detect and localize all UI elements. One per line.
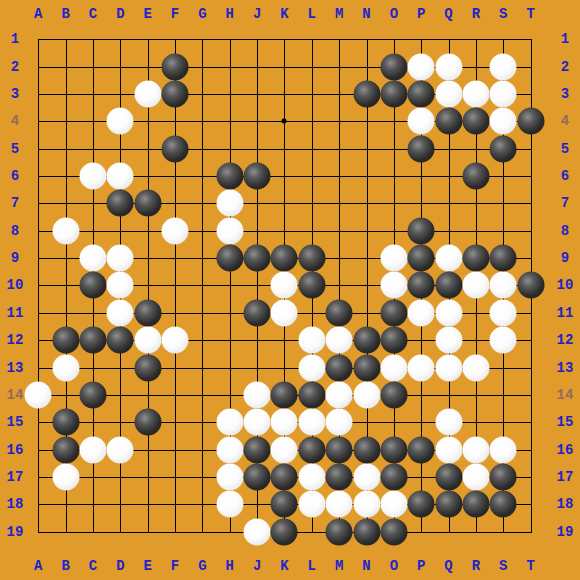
stone-black-P10[interactable] [408, 272, 435, 299]
row-label-left-8: 8 [11, 224, 19, 238]
col-label-top-B: B [61, 7, 69, 21]
row-label-left-14: 14 [7, 388, 24, 402]
row-label-left-5: 5 [11, 142, 19, 156]
star-point-K4 [282, 119, 287, 124]
stone-black-E15[interactable] [134, 409, 161, 436]
stone-black-E7[interactable] [134, 190, 161, 217]
stone-black-R6[interactable] [462, 163, 489, 190]
stone-white-D10[interactable] [107, 272, 134, 299]
stone-black-K17[interactable] [271, 463, 298, 490]
stone-white-H18[interactable] [216, 491, 243, 518]
stone-white-D4[interactable] [107, 108, 134, 135]
stone-white-S16[interactable] [490, 436, 517, 463]
stone-white-Q11[interactable] [435, 299, 462, 326]
row-label-left-12: 12 [7, 333, 24, 347]
stone-white-C9[interactable] [80, 245, 107, 272]
stone-black-K9[interactable] [271, 245, 298, 272]
stone-black-E13[interactable] [134, 354, 161, 381]
stone-white-H16[interactable] [216, 436, 243, 463]
stone-white-D9[interactable] [107, 245, 134, 272]
col-label-top-G: G [198, 7, 206, 21]
col-label-top-D: D [116, 7, 124, 21]
stone-black-F5[interactable] [162, 135, 189, 162]
stone-white-J19[interactable] [244, 518, 271, 545]
go-board[interactable]: AABBCCDDEEFFGGHHJJKKLLMMNNOOPPQQRRSSTT11… [0, 0, 580, 580]
stone-white-N17[interactable] [353, 463, 380, 490]
stone-black-L9[interactable] [298, 245, 325, 272]
col-label-top-T: T [526, 7, 534, 21]
stone-white-S10[interactable] [490, 272, 517, 299]
col-label-top-N: N [362, 7, 370, 21]
stone-white-C6[interactable] [80, 163, 107, 190]
stone-white-K11[interactable] [271, 299, 298, 326]
row-label-right-6: 6 [561, 169, 569, 183]
stone-white-Q12[interactable] [435, 327, 462, 354]
row-label-left-17: 17 [7, 470, 24, 484]
stone-white-A14[interactable] [25, 381, 52, 408]
stone-white-K16[interactable] [271, 436, 298, 463]
col-label-top-F: F [171, 7, 179, 21]
row-label-left-18: 18 [7, 497, 24, 511]
col-label-top-C: C [89, 7, 97, 21]
stone-black-D7[interactable] [107, 190, 134, 217]
stone-black-P3[interactable] [408, 81, 435, 108]
stone-black-E11[interactable] [134, 299, 161, 326]
stone-black-O16[interactable] [380, 436, 407, 463]
stone-black-L14[interactable] [298, 381, 325, 408]
stone-black-O3[interactable] [380, 81, 407, 108]
col-label-bottom-D: D [116, 559, 124, 573]
stone-black-O14[interactable] [380, 381, 407, 408]
stone-white-S3[interactable] [490, 81, 517, 108]
stone-white-C16[interactable] [80, 436, 107, 463]
row-label-right-1: 1 [561, 32, 569, 46]
stone-white-R16[interactable] [462, 436, 489, 463]
stone-white-D16[interactable] [107, 436, 134, 463]
stone-black-H9[interactable] [216, 245, 243, 272]
stone-black-S5[interactable] [490, 135, 517, 162]
stone-black-N16[interactable] [353, 436, 380, 463]
stone-white-M14[interactable] [326, 381, 353, 408]
col-label-top-O: O [390, 7, 398, 21]
stone-white-P4[interactable] [408, 108, 435, 135]
row-label-right-12: 12 [557, 333, 574, 347]
col-label-top-S: S [499, 7, 507, 21]
stone-white-O13[interactable] [380, 354, 407, 381]
row-label-right-4: 4 [561, 114, 569, 128]
row-label-right-8: 8 [561, 224, 569, 238]
row-label-right-16: 16 [557, 443, 574, 457]
stone-white-Q15[interactable] [435, 409, 462, 436]
stone-black-O11[interactable] [380, 299, 407, 326]
stone-black-P18[interactable] [408, 491, 435, 518]
stone-white-M12[interactable] [326, 327, 353, 354]
row-label-right-14: 14 [557, 388, 574, 402]
col-label-bottom-C: C [89, 559, 97, 573]
stone-black-R4[interactable] [462, 108, 489, 135]
row-label-left-10: 10 [7, 278, 24, 292]
col-label-top-E: E [143, 7, 151, 21]
stone-white-O18[interactable] [380, 491, 407, 518]
col-label-top-M: M [335, 7, 343, 21]
stone-black-L16[interactable] [298, 436, 325, 463]
stone-white-S2[interactable] [490, 53, 517, 80]
stone-black-R18[interactable] [462, 491, 489, 518]
col-label-bottom-T: T [526, 559, 534, 573]
row-label-right-5: 5 [561, 142, 569, 156]
col-label-top-R: R [472, 7, 480, 21]
col-label-bottom-P: P [417, 559, 425, 573]
row-label-left-1: 1 [11, 32, 19, 46]
stone-black-P16[interactable] [408, 436, 435, 463]
grid-line-vertical [38, 39, 39, 532]
col-label-bottom-B: B [61, 559, 69, 573]
stone-white-R13[interactable] [462, 354, 489, 381]
stone-black-Q17[interactable] [435, 463, 462, 490]
row-label-left-2: 2 [11, 60, 19, 74]
col-label-top-Q: Q [444, 7, 452, 21]
stone-black-K18[interactable] [271, 491, 298, 518]
stone-white-E3[interactable] [134, 81, 161, 108]
stone-white-P11[interactable] [408, 299, 435, 326]
col-label-bottom-R: R [472, 559, 480, 573]
stone-black-F2[interactable] [162, 53, 189, 80]
stone-white-H8[interactable] [216, 217, 243, 244]
stone-white-J14[interactable] [244, 381, 271, 408]
stone-black-M17[interactable] [326, 463, 353, 490]
stone-black-L10[interactable] [298, 272, 325, 299]
stone-white-L18[interactable] [298, 491, 325, 518]
stone-white-N18[interactable] [353, 491, 380, 518]
col-label-top-K: K [280, 7, 288, 21]
stone-black-N3[interactable] [353, 81, 380, 108]
stone-white-L13[interactable] [298, 354, 325, 381]
col-label-bottom-A: A [34, 559, 42, 573]
stone-white-Q3[interactable] [435, 81, 462, 108]
row-label-left-6: 6 [11, 169, 19, 183]
row-label-right-9: 9 [561, 251, 569, 265]
stone-white-R10[interactable] [462, 272, 489, 299]
stone-black-C14[interactable] [80, 381, 107, 408]
stone-white-Q2[interactable] [435, 53, 462, 80]
stone-black-R9[interactable] [462, 245, 489, 272]
col-label-bottom-N: N [362, 559, 370, 573]
col-label-bottom-Q: Q [444, 559, 452, 573]
stone-white-P2[interactable] [408, 53, 435, 80]
col-label-bottom-G: G [198, 559, 206, 573]
stone-white-R3[interactable] [462, 81, 489, 108]
stone-white-O10[interactable] [380, 272, 407, 299]
stone-black-N13[interactable] [353, 354, 380, 381]
stone-black-K19[interactable] [271, 518, 298, 545]
stone-black-J17[interactable] [244, 463, 271, 490]
stone-black-M13[interactable] [326, 354, 353, 381]
stone-white-F8[interactable] [162, 217, 189, 244]
stone-black-P8[interactable] [408, 217, 435, 244]
row-label-right-19: 19 [557, 525, 574, 539]
stone-black-Q18[interactable] [435, 491, 462, 518]
stone-black-M16[interactable] [326, 436, 353, 463]
col-label-top-H: H [226, 7, 234, 21]
stone-white-O9[interactable] [380, 245, 407, 272]
stone-black-H6[interactable] [216, 163, 243, 190]
stone-white-M18[interactable] [326, 491, 353, 518]
stone-white-B13[interactable] [52, 354, 79, 381]
col-label-bottom-J: J [253, 559, 261, 573]
stone-black-D12[interactable] [107, 327, 134, 354]
stone-white-K10[interactable] [271, 272, 298, 299]
stone-black-J6[interactable] [244, 163, 271, 190]
stone-black-O2[interactable] [380, 53, 407, 80]
stone-black-Q10[interactable] [435, 272, 462, 299]
grid-line-vertical [175, 39, 176, 532]
stone-black-T4[interactable] [517, 108, 544, 135]
stone-white-H15[interactable] [216, 409, 243, 436]
stone-white-B8[interactable] [52, 217, 79, 244]
row-label-left-4: 4 [11, 114, 19, 128]
row-label-right-17: 17 [557, 470, 574, 484]
col-label-bottom-K: K [280, 559, 288, 573]
stone-black-P5[interactable] [408, 135, 435, 162]
stone-white-S12[interactable] [490, 327, 517, 354]
row-label-left-11: 11 [7, 306, 24, 320]
stone-black-T10[interactable] [517, 272, 544, 299]
stone-white-B17[interactable] [52, 463, 79, 490]
stone-black-F3[interactable] [162, 81, 189, 108]
stone-black-C12[interactable] [80, 327, 107, 354]
stone-black-P9[interactable] [408, 245, 435, 272]
row-label-right-7: 7 [561, 196, 569, 210]
col-label-top-A: A [34, 7, 42, 21]
stone-white-Q13[interactable] [435, 354, 462, 381]
row-label-right-3: 3 [561, 87, 569, 101]
stone-black-B12[interactable] [52, 327, 79, 354]
stone-white-D11[interactable] [107, 299, 134, 326]
stone-black-M19[interactable] [326, 518, 353, 545]
col-label-bottom-E: E [143, 559, 151, 573]
row-label-left-9: 9 [11, 251, 19, 265]
col-label-top-P: P [417, 7, 425, 21]
stone-black-K14[interactable] [271, 381, 298, 408]
row-label-right-15: 15 [557, 415, 574, 429]
stone-black-C10[interactable] [80, 272, 107, 299]
stone-black-O17[interactable] [380, 463, 407, 490]
stone-black-S17[interactable] [490, 463, 517, 490]
stone-white-P13[interactable] [408, 354, 435, 381]
col-label-bottom-M: M [335, 559, 343, 573]
col-label-bottom-S: S [499, 559, 507, 573]
stone-white-K15[interactable] [271, 409, 298, 436]
row-label-left-13: 13 [7, 361, 24, 375]
stone-white-N14[interactable] [353, 381, 380, 408]
stone-black-N19[interactable] [353, 518, 380, 545]
stone-white-M15[interactable] [326, 409, 353, 436]
stone-white-H17[interactable] [216, 463, 243, 490]
row-label-right-18: 18 [557, 497, 574, 511]
stone-black-S18[interactable] [490, 491, 517, 518]
stone-white-J15[interactable] [244, 409, 271, 436]
stone-black-B16[interactable] [52, 436, 79, 463]
stone-black-M11[interactable] [326, 299, 353, 326]
stone-white-L17[interactable] [298, 463, 325, 490]
grid-line-vertical [148, 39, 149, 532]
row-label-left-16: 16 [7, 443, 24, 457]
row-label-left-7: 7 [11, 196, 19, 210]
row-label-right-13: 13 [557, 361, 574, 375]
stone-black-J9[interactable] [244, 245, 271, 272]
stone-white-S11[interactable] [490, 299, 517, 326]
row-label-right-11: 11 [557, 306, 574, 320]
stone-white-E12[interactable] [134, 327, 161, 354]
stone-white-Q16[interactable] [435, 436, 462, 463]
row-label-right-2: 2 [561, 60, 569, 74]
row-label-left-3: 3 [11, 87, 19, 101]
col-label-bottom-L: L [308, 559, 316, 573]
stone-white-R17[interactable] [462, 463, 489, 490]
row-label-left-19: 19 [7, 525, 24, 539]
col-label-top-J: J [253, 7, 261, 21]
stone-white-S4[interactable] [490, 108, 517, 135]
stone-white-Q9[interactable] [435, 245, 462, 272]
stone-white-L15[interactable] [298, 409, 325, 436]
stone-black-J11[interactable] [244, 299, 271, 326]
stone-white-H7[interactable] [216, 190, 243, 217]
stone-black-Q4[interactable] [435, 108, 462, 135]
col-label-bottom-H: H [226, 559, 234, 573]
col-label-bottom-O: O [390, 559, 398, 573]
col-label-bottom-F: F [171, 559, 179, 573]
stone-white-F12[interactable] [162, 327, 189, 354]
stone-black-O19[interactable] [380, 518, 407, 545]
stone-white-L12[interactable] [298, 327, 325, 354]
row-label-right-10: 10 [557, 278, 574, 292]
col-label-top-L: L [308, 7, 316, 21]
stone-black-S9[interactable] [490, 245, 517, 272]
row-label-left-15: 15 [7, 415, 24, 429]
stone-black-O12[interactable] [380, 327, 407, 354]
stone-black-J16[interactable] [244, 436, 271, 463]
stone-white-D6[interactable] [107, 163, 134, 190]
stone-black-N12[interactable] [353, 327, 380, 354]
grid-line-vertical [202, 39, 203, 532]
stone-black-B15[interactable] [52, 409, 79, 436]
